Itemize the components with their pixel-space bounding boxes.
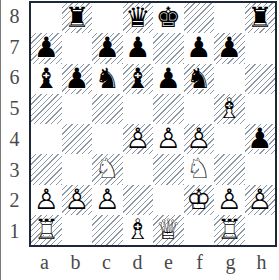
black-rook-glyph: ♜: [64, 1, 89, 34]
square-g4[interactable]: [214, 124, 245, 154]
piece-white-pawn[interactable]: ♟♙: [125, 125, 150, 153]
square-c4[interactable]: [92, 124, 123, 154]
square-e2[interactable]: [153, 185, 184, 215]
black-pawn-glyph: ♟: [34, 31, 59, 64]
piece-black-rook[interactable]: ♜: [247, 4, 272, 32]
rank-label-8: 8: [1, 1, 28, 32]
square-c3[interactable]: ♞♘: [92, 154, 123, 184]
square-h7[interactable]: [245, 33, 276, 63]
black-pawn-glyph: ♟: [217, 31, 242, 64]
piece-black-pawn[interactable]: ♟: [186, 34, 211, 62]
square-e4[interactable]: ♟♙: [153, 124, 184, 154]
square-a7[interactable]: ♟: [31, 33, 62, 63]
square-a3[interactable]: [31, 154, 62, 184]
square-d3[interactable]: [123, 154, 154, 184]
rank-label-6: 6: [1, 63, 28, 94]
piece-black-pawn[interactable]: ♟: [247, 125, 272, 153]
white-bishop-glyph: ♗: [125, 213, 150, 246]
black-pawn-glyph: ♟: [95, 31, 120, 64]
square-a2[interactable]: ♟♙: [31, 185, 62, 215]
square-f6[interactable]: ♞: [184, 64, 215, 94]
file-label-h: h: [246, 248, 277, 276]
white-pawn-glyph: ♙: [34, 183, 59, 216]
piece-white-pawn[interactable]: ♟♙: [64, 186, 89, 214]
square-h5[interactable]: [245, 94, 276, 124]
file-label-c: c: [91, 248, 122, 276]
square-h2[interactable]: ♟♙: [245, 185, 276, 215]
square-e8[interactable]: ♚: [153, 3, 184, 33]
piece-black-pawn[interactable]: ♟: [125, 34, 150, 62]
file-label-g: g: [215, 248, 246, 276]
file-label-d: d: [122, 248, 153, 276]
rank-label-7: 7: [1, 32, 28, 63]
square-e7[interactable]: [153, 33, 184, 63]
square-e1[interactable]: ♛♕: [153, 215, 184, 245]
piece-white-queen[interactable]: ♛♕: [156, 216, 181, 244]
piece-black-pawn[interactable]: ♟: [95, 34, 120, 62]
file-label-f: f: [184, 248, 215, 276]
piece-white-knight[interactable]: ♞♘: [186, 155, 211, 183]
file-label-b: b: [60, 248, 91, 276]
piece-black-queen[interactable]: ♛: [125, 4, 150, 32]
square-a6[interactable]: ♝: [31, 64, 62, 94]
square-a1[interactable]: ♜♖: [31, 215, 62, 245]
piece-white-rook[interactable]: ♜♖: [217, 216, 242, 244]
square-f4[interactable]: ♟♙: [184, 124, 215, 154]
square-f8[interactable]: [184, 3, 215, 33]
black-knight-glyph: ♞: [95, 62, 120, 95]
square-c6[interactable]: ♞: [92, 64, 123, 94]
square-b2[interactable]: ♟♙: [62, 185, 93, 215]
square-h1[interactable]: [245, 215, 276, 245]
black-rook-glyph: ♜: [247, 1, 272, 34]
piece-black-rook[interactable]: ♜: [64, 4, 89, 32]
rank-label-3: 3: [1, 155, 28, 186]
square-g5[interactable]: ♝♗: [214, 94, 245, 124]
square-c2[interactable]: ♟♙: [92, 185, 123, 215]
black-queen-glyph: ♛: [125, 1, 150, 34]
piece-black-pawn[interactable]: ♟: [64, 65, 89, 93]
rank-labels: 87654321: [1, 1, 28, 247]
piece-white-pawn[interactable]: ♟♙: [156, 125, 181, 153]
white-pawn-glyph: ♙: [125, 122, 150, 155]
white-pawn-glyph: ♙: [247, 183, 272, 216]
square-b5[interactable]: [62, 94, 93, 124]
square-c1[interactable]: [92, 215, 123, 245]
square-e6[interactable]: ♟: [153, 64, 184, 94]
white-pawn-glyph: ♙: [95, 183, 120, 216]
white-pawn-glyph: ♙: [217, 183, 242, 216]
piece-black-pawn[interactable]: ♟: [34, 34, 59, 62]
square-c5[interactable]: [92, 94, 123, 124]
square-h4[interactable]: ♟: [245, 124, 276, 154]
white-pawn-glyph: ♙: [156, 122, 181, 155]
square-c8[interactable]: [92, 3, 123, 33]
square-d6[interactable]: ♝: [123, 64, 154, 94]
square-g3[interactable]: [214, 154, 245, 184]
white-knight-glyph: ♘: [186, 152, 211, 185]
black-king-glyph: ♚: [156, 1, 181, 34]
square-f2[interactable]: ♚♔: [184, 185, 215, 215]
square-h3[interactable]: [245, 154, 276, 184]
square-b4[interactable]: [62, 124, 93, 154]
piece-white-pawn[interactable]: ♟♙: [34, 186, 59, 214]
square-d7[interactable]: ♟: [123, 33, 154, 63]
square-g6[interactable]: [214, 64, 245, 94]
piece-black-king[interactable]: ♚: [156, 4, 181, 32]
file-label-e: e: [153, 248, 184, 276]
square-d4[interactable]: ♟♙: [123, 124, 154, 154]
square-f1[interactable]: [184, 215, 215, 245]
piece-white-bishop[interactable]: ♝♗: [217, 95, 242, 123]
square-c7[interactable]: ♟: [92, 33, 123, 63]
piece-black-knight[interactable]: ♞: [95, 65, 120, 93]
file-labels: abcdefgh: [29, 248, 277, 276]
black-pawn-glyph: ♟: [64, 62, 89, 95]
white-rook-glyph: ♖: [34, 213, 59, 246]
square-e5[interactable]: [153, 94, 184, 124]
square-g2[interactable]: ♟♙: [214, 185, 245, 215]
chess-diagram: 87654321 ♜♛♚♜♟♟♟♟♟♝♟♞♝♟♞♝♗♟♙♟♙♟♙♟♞♘♞♘♟♙♟…: [0, 0, 279, 280]
piece-white-knight[interactable]: ♞♘: [95, 155, 120, 183]
rank-label-2: 2: [1, 186, 28, 217]
square-b1[interactable]: [62, 215, 93, 245]
piece-black-pawn[interactable]: ♟: [156, 65, 181, 93]
rank-label-4: 4: [1, 124, 28, 155]
square-f3[interactable]: ♞♘: [184, 154, 215, 184]
square-h8[interactable]: ♜: [245, 3, 276, 33]
square-f7[interactable]: ♟: [184, 33, 215, 63]
square-g1[interactable]: ♜♖: [214, 215, 245, 245]
rank-label-5: 5: [1, 93, 28, 124]
square-b3[interactable]: [62, 154, 93, 184]
square-h6[interactable]: [245, 64, 276, 94]
piece-white-bishop[interactable]: ♝♗: [125, 216, 150, 244]
square-a5[interactable]: [31, 94, 62, 124]
white-king-glyph: ♔: [186, 183, 211, 216]
piece-white-rook[interactable]: ♜♖: [34, 216, 59, 244]
piece-black-bishop[interactable]: ♝: [125, 65, 150, 93]
file-label-a: a: [29, 248, 60, 276]
square-a8[interactable]: [31, 3, 62, 33]
square-b7[interactable]: [62, 33, 93, 63]
black-knight-glyph: ♞: [186, 62, 211, 95]
square-e3[interactable]: [153, 154, 184, 184]
black-pawn-glyph: ♟: [156, 62, 181, 95]
white-bishop-glyph: ♗: [217, 92, 242, 125]
square-d2[interactable]: [123, 185, 154, 215]
white-rook-glyph: ♖: [217, 213, 242, 246]
piece-white-pawn[interactable]: ♟♙: [247, 186, 272, 214]
black-pawn-glyph: ♟: [186, 31, 211, 64]
rank-label-1: 1: [1, 216, 28, 247]
white-knight-glyph: ♘: [95, 152, 120, 185]
chess-board: ♜♛♚♜♟♟♟♟♟♝♟♞♝♟♞♝♗♟♙♟♙♟♙♟♞♘♞♘♟♙♟♙♟♙♚♔♟♙♟♙…: [29, 1, 277, 247]
square-d1[interactable]: ♝♗: [123, 215, 154, 245]
square-b8[interactable]: ♜: [62, 3, 93, 33]
square-d5[interactable]: [123, 94, 154, 124]
piece-black-pawn[interactable]: ♟: [217, 34, 242, 62]
square-f5[interactable]: [184, 94, 215, 124]
square-d8[interactable]: ♛: [123, 3, 154, 33]
square-g7[interactable]: ♟: [214, 33, 245, 63]
piece-white-pawn[interactable]: ♟♙: [186, 125, 211, 153]
square-g8[interactable]: [214, 3, 245, 33]
square-b6[interactable]: ♟: [62, 64, 93, 94]
black-bishop-glyph: ♝: [125, 62, 150, 95]
piece-white-pawn[interactable]: ♟♙: [95, 186, 120, 214]
black-pawn-glyph: ♟: [125, 31, 150, 64]
piece-white-king[interactable]: ♚♔: [186, 186, 211, 214]
black-pawn-glyph: ♟: [247, 122, 272, 155]
white-pawn-glyph: ♙: [186, 122, 211, 155]
piece-white-pawn[interactable]: ♟♙: [217, 186, 242, 214]
black-bishop-glyph: ♝: [34, 62, 59, 95]
white-pawn-glyph: ♙: [64, 183, 89, 216]
piece-black-knight[interactable]: ♞: [186, 65, 211, 93]
white-queen-glyph: ♕: [156, 213, 181, 246]
square-a4[interactable]: [31, 124, 62, 154]
piece-black-bishop[interactable]: ♝: [34, 65, 59, 93]
